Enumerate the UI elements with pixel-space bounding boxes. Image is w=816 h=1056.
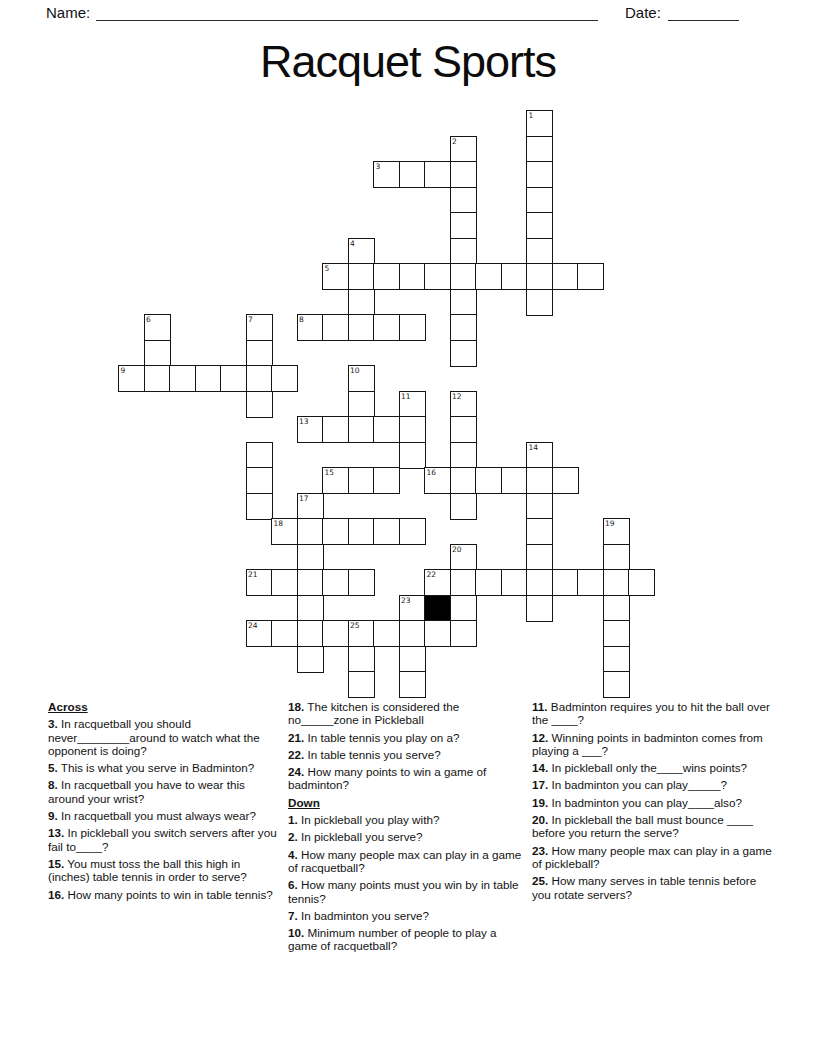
grid-cell[interactable]: 9 — [118, 365, 145, 392]
grid-cell[interactable] — [526, 212, 553, 239]
clue-down-6: 6. How many points must you win by in ta… — [288, 878, 524, 905]
grid-cell[interactable] — [322, 569, 349, 596]
grid-cell[interactable] — [424, 161, 451, 188]
clue-column-middle: 18. The kitchen is considered the no____… — [288, 700, 524, 957]
clue-across-22: 22. In table tennis you serve? — [288, 748, 524, 761]
cell-number: 25 — [350, 621, 360, 630]
clue-number: 4. — [288, 848, 298, 861]
grid-cell[interactable] — [450, 493, 477, 520]
grid-cell[interactable] — [297, 620, 324, 647]
clue-number: 19. — [532, 796, 548, 809]
cell-number: 11 — [401, 392, 411, 401]
grid-cell[interactable] — [450, 340, 477, 367]
clue-number: 2. — [288, 830, 298, 843]
clue-down-10: 10. Minimum number of people to play a g… — [288, 926, 524, 953]
name-fill-line[interactable] — [96, 4, 598, 21]
grid-cell[interactable] — [552, 467, 579, 494]
grid-cell[interactable] — [348, 416, 375, 443]
grid-cell[interactable] — [373, 416, 400, 443]
grid-cell[interactable] — [399, 646, 426, 673]
clue-across-13: 13. In pickleball you switch servers aft… — [48, 826, 280, 853]
clue-down-25: 25. How many serves in table tennis befo… — [532, 874, 772, 901]
grid-cell[interactable] — [501, 467, 528, 494]
cell-number: 14 — [529, 443, 539, 452]
grid-cell[interactable] — [603, 671, 630, 698]
grid-cell[interactable]: 13 — [297, 416, 324, 443]
cell-number: 3 — [376, 162, 381, 171]
grid-cell[interactable]: 18 — [271, 518, 298, 545]
clue-down-4: 4. How many people max can play in a gam… — [288, 848, 524, 875]
grid-cell[interactable] — [450, 161, 477, 188]
clue-number: 15. — [48, 857, 64, 870]
clue-number: 22. — [288, 748, 304, 761]
clue-number: 20. — [532, 813, 548, 826]
clue-down-19: 19. In badminton you can play____also? — [532, 796, 772, 809]
grid-cell[interactable]: 21 — [246, 569, 273, 596]
grid-cell[interactable] — [271, 620, 298, 647]
cell-number: 19 — [605, 519, 615, 528]
clue-number: 10. — [288, 926, 304, 939]
clue-across-15: 15. You must toss the ball this high in … — [48, 857, 280, 884]
grid-cell[interactable]: 2 — [450, 136, 477, 163]
clue-number: 3. — [48, 717, 58, 730]
clue-number: 11. — [532, 700, 548, 713]
grid-cell[interactable] — [271, 365, 298, 392]
grid-cell[interactable] — [348, 314, 375, 341]
grid-cell[interactable] — [373, 518, 400, 545]
clue-number: 17. — [532, 778, 548, 791]
cell-number: 12 — [452, 392, 462, 401]
grid-cell[interactable] — [144, 365, 171, 392]
clue-across-8: 8. In racquetball you have to wear this … — [48, 778, 280, 805]
grid-cell[interactable] — [577, 569, 604, 596]
grid-cell[interactable] — [450, 467, 477, 494]
clue-down-1: 1. In pickleball you play with? — [288, 813, 524, 826]
grid-cell[interactable] — [526, 518, 553, 545]
grid-cell[interactable]: 16 — [424, 467, 451, 494]
grid-cell[interactable] — [373, 467, 400, 494]
cell-number: 20 — [452, 545, 462, 554]
grid-cell[interactable] — [603, 569, 630, 596]
grid-cell[interactable] — [450, 595, 477, 622]
grid-cell[interactable] — [526, 263, 553, 290]
grid-cell[interactable] — [399, 263, 426, 290]
grid-cell[interactable] — [577, 263, 604, 290]
clue-down-11: 11. Badminton requires you to hit the ba… — [532, 700, 772, 727]
grid-cell[interactable]: 5 — [322, 263, 349, 290]
grid-cell[interactable] — [399, 416, 426, 443]
grid-cell[interactable] — [348, 289, 375, 316]
grid-cell[interactable] — [322, 518, 349, 545]
grid-cell[interactable] — [246, 442, 273, 469]
grid-cell[interactable] — [348, 391, 375, 418]
clue-across-21: 21. In table tennis you play on a? — [288, 731, 524, 744]
clue-number: 1. — [288, 813, 298, 826]
grid-cell[interactable] — [450, 263, 477, 290]
cell-number: 5 — [325, 264, 330, 273]
grid-cell[interactable] — [246, 340, 273, 367]
cell-number: 13 — [299, 417, 309, 426]
grid-cell[interactable] — [246, 467, 273, 494]
clue-across-18: 18. The kitchen is considered the no____… — [288, 700, 524, 727]
grid-cell[interactable] — [399, 671, 426, 698]
grid-cell[interactable]: 7 — [246, 314, 273, 341]
page-title: Racquet Sports — [0, 36, 816, 88]
date-fill-line[interactable] — [668, 4, 739, 21]
clue-heading-across: Across — [48, 700, 280, 713]
grid-cell[interactable] — [501, 569, 528, 596]
clue-across-16: 16. How many points to win in table tenn… — [48, 888, 280, 901]
clue-number: 12. — [532, 731, 548, 744]
grid-cell[interactable] — [348, 263, 375, 290]
grid-cell[interactable] — [450, 442, 477, 469]
grid-cell[interactable] — [526, 467, 553, 494]
clue-number: 7. — [288, 909, 298, 922]
grid-cell[interactable] — [526, 544, 553, 571]
grid-cell[interactable] — [475, 467, 502, 494]
cell-number: 17 — [299, 494, 309, 503]
grid-cell[interactable] — [246, 391, 273, 418]
clue-down-14: 14. In pickleball only the____wins point… — [532, 761, 772, 774]
clue-number: 16. — [48, 888, 64, 901]
grid-cell[interactable] — [603, 544, 630, 571]
grid-cell[interactable] — [144, 340, 171, 367]
grid-cell[interactable] — [450, 238, 477, 265]
cell-number: 16 — [427, 468, 437, 477]
grid-cell[interactable] — [475, 263, 502, 290]
cell-number: 2 — [452, 137, 457, 146]
grid-cell[interactable] — [246, 493, 273, 520]
grid-cell[interactable]: 14 — [526, 442, 553, 469]
clue-down-12: 12. Winning points in badminton comes fr… — [532, 731, 772, 758]
clue-across-5: 5. This is what you serve in Badminton? — [48, 761, 280, 774]
clue-number: 18. — [288, 700, 304, 713]
grid-cell[interactable] — [603, 620, 630, 647]
grid-cell[interactable] — [373, 314, 400, 341]
grid-cell[interactable]: 25 — [348, 620, 375, 647]
clue-number: 23. — [532, 844, 548, 857]
black-cell — [424, 595, 451, 622]
grid-cell[interactable] — [526, 569, 553, 596]
clue-across-3: 3. In racquetball you should never______… — [48, 717, 280, 757]
cell-number: 23 — [401, 596, 411, 605]
grid-cell[interactable] — [526, 161, 553, 188]
grid-cell[interactable] — [450, 314, 477, 341]
cell-number: 10 — [350, 366, 360, 375]
cell-number: 9 — [121, 366, 126, 375]
grid-cell[interactable] — [603, 646, 630, 673]
grid-cell[interactable]: 24 — [246, 620, 273, 647]
clue-number: 13. — [48, 826, 64, 839]
grid-cell[interactable] — [195, 365, 222, 392]
grid-cell[interactable] — [552, 569, 579, 596]
grid-cell[interactable] — [246, 365, 273, 392]
clue-heading-down: Down — [288, 796, 524, 809]
grid-cell[interactable] — [424, 263, 451, 290]
clue-number: 25. — [532, 874, 548, 887]
grid-cell[interactable] — [450, 212, 477, 239]
clue-number: 6. — [288, 878, 298, 891]
grid-cell[interactable] — [552, 263, 579, 290]
grid-cell[interactable]: 12 — [450, 391, 477, 418]
grid-cell[interactable] — [424, 620, 451, 647]
grid-cell[interactable] — [373, 620, 400, 647]
grid-cell[interactable]: 23 — [399, 595, 426, 622]
grid-cell[interactable] — [450, 187, 477, 214]
grid-cell[interactable] — [526, 289, 553, 316]
cell-number: 6 — [146, 315, 151, 324]
grid-cell[interactable]: 10 — [348, 365, 375, 392]
cell-number: 21 — [248, 570, 258, 579]
clue-number: 21. — [288, 731, 304, 744]
grid-cell[interactable] — [373, 263, 400, 290]
grid-cell[interactable] — [297, 595, 324, 622]
grid-cell[interactable] — [628, 569, 655, 596]
cell-number: 18 — [274, 519, 284, 528]
grid-cell[interactable] — [526, 187, 553, 214]
grid-cell[interactable] — [450, 620, 477, 647]
date-label: Date: — [625, 4, 661, 21]
clue-number: 5. — [48, 761, 58, 774]
clue-down-7: 7. In badminton you serve? — [288, 909, 524, 922]
grid-cell[interactable] — [501, 263, 528, 290]
grid-cell[interactable] — [399, 620, 426, 647]
grid-cell[interactable] — [399, 314, 426, 341]
grid-cell[interactable] — [450, 569, 477, 596]
grid-cell[interactable] — [348, 569, 375, 596]
grid-cell[interactable]: 1 — [526, 110, 553, 137]
grid-cell[interactable] — [526, 136, 553, 163]
grid-cell[interactable]: 4 — [348, 238, 375, 265]
worksheet-page: Name: Date: Racquet Sports 1234567891011… — [0, 0, 816, 1056]
cell-number: 22 — [427, 570, 437, 579]
clue-across-24: 24. How many points to win a game of bad… — [288, 765, 524, 792]
grid-cell[interactable] — [526, 238, 553, 265]
grid-cell[interactable] — [322, 620, 349, 647]
grid-cell[interactable]: 8 — [297, 314, 324, 341]
grid-cell[interactable]: 20 — [450, 544, 477, 571]
grid-cell[interactable] — [526, 493, 553, 520]
cell-number: 4 — [350, 239, 355, 248]
clue-column-right: 11. Badminton requires you to hit the ba… — [532, 700, 772, 905]
clue-number: 9. — [48, 809, 58, 822]
grid-cell[interactable] — [297, 544, 324, 571]
clue-down-23: 23. How many people max can play in a ga… — [532, 844, 772, 871]
cell-number: 8 — [299, 315, 304, 324]
name-label: Name: — [46, 4, 90, 21]
grid-cell[interactable] — [297, 569, 324, 596]
grid-cell[interactable] — [450, 416, 477, 443]
grid-cell[interactable] — [322, 416, 349, 443]
grid-cell[interactable]: 22 — [424, 569, 451, 596]
grid-cell[interactable] — [399, 161, 426, 188]
grid-cell[interactable] — [348, 467, 375, 494]
grid-cell[interactable] — [271, 569, 298, 596]
clue-across-9: 9. In racquetball you must always wear? — [48, 809, 280, 822]
cell-number: 15 — [325, 468, 335, 477]
clue-number: 14. — [532, 761, 548, 774]
clue-down-20: 20. In pickleball the ball must bounce _… — [532, 813, 772, 840]
grid-cell[interactable]: 17 — [297, 493, 324, 520]
grid-cell[interactable] — [526, 595, 553, 622]
grid-cell[interactable]: 15 — [322, 467, 349, 494]
grid-cell[interactable]: 3 — [373, 161, 400, 188]
clue-number: 8. — [48, 778, 58, 791]
grid-cell[interactable] — [348, 518, 375, 545]
cell-number: 7 — [248, 315, 253, 324]
grid-cell[interactable] — [297, 518, 324, 545]
clue-down-2: 2. In pickleball you serve? — [288, 830, 524, 843]
cell-number: 24 — [248, 621, 258, 630]
grid-cell[interactable] — [475, 569, 502, 596]
grid-cell[interactable] — [348, 646, 375, 673]
grid-cell[interactable] — [220, 365, 247, 392]
grid-cell[interactable] — [450, 289, 477, 316]
grid-cell[interactable]: 11 — [399, 391, 426, 418]
clue-number: 24. — [288, 765, 304, 778]
grid-cell[interactable] — [322, 314, 349, 341]
clue-column-left: Across3. In racquetball you should never… — [48, 700, 280, 905]
clue-down-17: 17. In badminton you can play_____? — [532, 778, 772, 791]
grid-cell[interactable]: 6 — [144, 314, 171, 341]
grid-cell[interactable] — [297, 646, 324, 673]
cell-number: 1 — [529, 111, 534, 120]
grid-cell[interactable] — [348, 671, 375, 698]
grid-cell[interactable] — [603, 595, 630, 622]
grid-cell[interactable] — [399, 518, 426, 545]
grid-cell[interactable]: 19 — [603, 518, 630, 545]
grid-cell[interactable] — [169, 365, 196, 392]
grid-cell[interactable] — [399, 442, 426, 469]
